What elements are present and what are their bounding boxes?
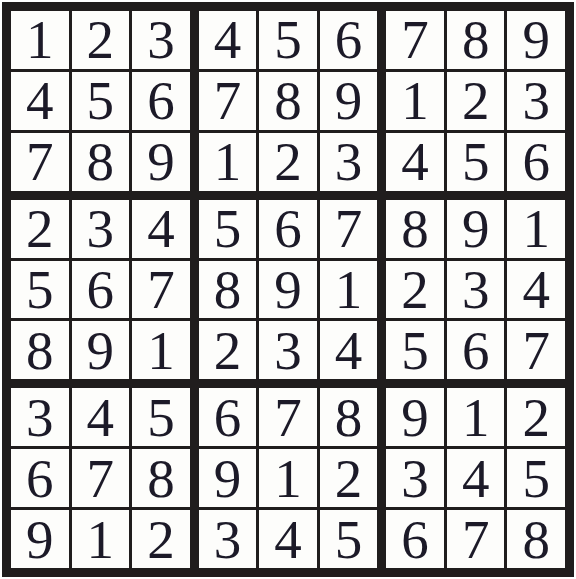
cell-r8c5[interactable]: 1 xyxy=(259,449,317,507)
cell-r6c4[interactable]: 2 xyxy=(199,321,257,379)
cell-r4c8[interactable]: 9 xyxy=(447,200,505,258)
cell-r9c9[interactable]: 8 xyxy=(507,510,565,568)
cell-r8c7[interactable]: 3 xyxy=(386,449,444,507)
cell-r9c8[interactable]: 7 xyxy=(447,510,505,568)
cell-r1c2[interactable]: 2 xyxy=(72,11,130,69)
cell-r4c1[interactable]: 2 xyxy=(11,200,69,258)
cell-r9c4[interactable]: 3 xyxy=(199,510,257,568)
cell-r9c7[interactable]: 6 xyxy=(386,510,444,568)
cell-r1c8[interactable]: 8 xyxy=(447,11,505,69)
cell-r1c7[interactable]: 7 xyxy=(386,11,444,69)
cell-r6c9[interactable]: 7 xyxy=(507,321,565,379)
cell-r3c1[interactable]: 7 xyxy=(11,133,69,191)
cell-r7c4[interactable]: 6 xyxy=(199,388,257,446)
cell-r5c1[interactable]: 5 xyxy=(11,261,69,319)
cell-r2c4[interactable]: 7 xyxy=(199,72,257,130)
cell-r3c2[interactable]: 8 xyxy=(72,133,130,191)
cell-r3c4[interactable]: 1 xyxy=(199,133,257,191)
cell-r1c1[interactable]: 1 xyxy=(11,11,69,69)
cell-r5c8[interactable]: 3 xyxy=(447,261,505,319)
cell-r5c3[interactable]: 7 xyxy=(132,261,190,319)
cell-r2c9[interactable]: 3 xyxy=(507,72,565,130)
cell-r8c6[interactable]: 2 xyxy=(320,449,378,507)
cell-r4c7[interactable]: 8 xyxy=(386,200,444,258)
cell-r6c8[interactable]: 6 xyxy=(447,321,505,379)
cell-r9c5[interactable]: 4 xyxy=(259,510,317,568)
cell-r5c7[interactable]: 2 xyxy=(386,261,444,319)
cell-r4c9[interactable]: 1 xyxy=(507,200,565,258)
cell-r2c7[interactable]: 1 xyxy=(386,72,444,130)
cell-r4c2[interactable]: 3 xyxy=(72,200,130,258)
cell-r5c5[interactable]: 9 xyxy=(259,261,317,319)
cell-r9c6[interactable]: 5 xyxy=(320,510,378,568)
cell-r4c3[interactable]: 4 xyxy=(132,200,190,258)
cell-r6c7[interactable]: 5 xyxy=(386,321,444,379)
sudoku-board: 1234567894567891237891234562345678915678… xyxy=(2,2,574,577)
cell-r1c9[interactable]: 9 xyxy=(507,11,565,69)
cell-r8c8[interactable]: 4 xyxy=(447,449,505,507)
cell-r6c2[interactable]: 9 xyxy=(72,321,130,379)
cell-r4c4[interactable]: 5 xyxy=(199,200,257,258)
cell-r7c2[interactable]: 4 xyxy=(72,388,130,446)
cell-r2c8[interactable]: 2 xyxy=(447,72,505,130)
cell-r2c6[interactable]: 9 xyxy=(320,72,378,130)
cell-r7c3[interactable]: 5 xyxy=(132,388,190,446)
cell-r5c4[interactable]: 8 xyxy=(199,261,257,319)
cell-r7c9[interactable]: 2 xyxy=(507,388,565,446)
cell-r2c1[interactable]: 4 xyxy=(11,72,69,130)
cell-r8c3[interactable]: 8 xyxy=(132,449,190,507)
cell-r9c2[interactable]: 1 xyxy=(72,510,130,568)
cell-r7c5[interactable]: 7 xyxy=(259,388,317,446)
cell-r5c9[interactable]: 4 xyxy=(507,261,565,319)
cell-r1c6[interactable]: 6 xyxy=(320,11,378,69)
cell-r3c5[interactable]: 2 xyxy=(259,133,317,191)
cell-r3c6[interactable]: 3 xyxy=(320,133,378,191)
cell-r3c3[interactable]: 9 xyxy=(132,133,190,191)
cell-r6c5[interactable]: 3 xyxy=(259,321,317,379)
cell-r3c9[interactable]: 6 xyxy=(507,133,565,191)
cell-r7c8[interactable]: 1 xyxy=(447,388,505,446)
cell-r2c5[interactable]: 8 xyxy=(259,72,317,130)
cell-r5c2[interactable]: 6 xyxy=(72,261,130,319)
cell-r3c8[interactable]: 5 xyxy=(447,133,505,191)
cell-r8c4[interactable]: 9 xyxy=(199,449,257,507)
cell-r8c2[interactable]: 7 xyxy=(72,449,130,507)
cell-r1c4[interactable]: 4 xyxy=(199,11,257,69)
cell-r2c2[interactable]: 5 xyxy=(72,72,130,130)
cell-r6c3[interactable]: 1 xyxy=(132,321,190,379)
cell-r1c5[interactable]: 5 xyxy=(259,11,317,69)
cell-r2c3[interactable]: 6 xyxy=(132,72,190,130)
cell-r1c3[interactable]: 3 xyxy=(132,11,190,69)
cell-r5c6[interactable]: 1 xyxy=(320,261,378,319)
cell-r4c5[interactable]: 6 xyxy=(259,200,317,258)
cell-r3c7[interactable]: 4 xyxy=(386,133,444,191)
cell-r7c1[interactable]: 3 xyxy=(11,388,69,446)
cell-r7c6[interactable]: 8 xyxy=(320,388,378,446)
cell-r6c1[interactable]: 8 xyxy=(11,321,69,379)
cell-r8c9[interactable]: 5 xyxy=(507,449,565,507)
cell-r9c3[interactable]: 2 xyxy=(132,510,190,568)
cell-r4c6[interactable]: 7 xyxy=(320,200,378,258)
cell-r7c7[interactable]: 9 xyxy=(386,388,444,446)
cell-r8c1[interactable]: 6 xyxy=(11,449,69,507)
cell-r6c6[interactable]: 4 xyxy=(320,321,378,379)
cell-r9c1[interactable]: 9 xyxy=(11,510,69,568)
